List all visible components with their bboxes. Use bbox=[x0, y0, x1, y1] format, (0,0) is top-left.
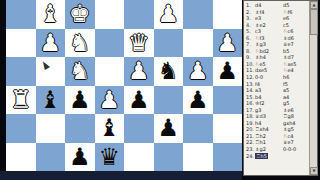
square-c7[interactable] bbox=[154, 143, 184, 172]
white-knight-f3[interactable]: ♞ bbox=[69, 31, 91, 55]
square-a4[interactable]: ♟ bbox=[213, 57, 243, 86]
square-c5[interactable] bbox=[154, 86, 184, 115]
square-d3[interactable]: ♛ bbox=[124, 29, 154, 58]
scrollbar-thumb[interactable] bbox=[310, 9, 318, 35]
white-king-f2[interactable]: ♚ bbox=[69, 2, 91, 26]
video-frame: ♝♚♟♟♞♛♟▲♞♟♞♟♟♜♝♟♟♟♟♝♟♟♛ 1.d4d52.♗f4♘f63.… bbox=[0, 0, 320, 180]
chess-board: ♝♚♟♟♞♛♟▲♞♟♞♟♟♜♝♟♟♟♟♝♟♟♛ bbox=[6, 0, 242, 171]
square-f4[interactable]: ♞ bbox=[65, 57, 95, 86]
square-b6[interactable] bbox=[183, 114, 213, 143]
white-pawn-a3[interactable]: ♟ bbox=[216, 31, 238, 55]
white-bishop-g2[interactable]: ♝ bbox=[39, 2, 61, 26]
white-move[interactable]: ♖h5 bbox=[255, 153, 283, 160]
white-pawn-b4[interactable]: ♟ bbox=[187, 59, 209, 83]
square-b7[interactable] bbox=[183, 143, 213, 172]
square-c4[interactable]: ♞ bbox=[154, 57, 184, 86]
square-h5[interactable]: ♜ bbox=[6, 86, 36, 115]
move-row-24[interactable]: 24.♖h5 bbox=[246, 153, 308, 160]
square-g5[interactable]: ♝ bbox=[36, 86, 66, 115]
square-f7[interactable]: ♟ bbox=[65, 143, 95, 172]
square-e3[interactable] bbox=[95, 29, 125, 58]
black-pawn-c6[interactable]: ♟ bbox=[157, 116, 179, 140]
scroll-up-icon[interactable]: ▲ bbox=[310, 1, 318, 9]
white-knight-f4[interactable]: ♞ bbox=[69, 59, 91, 83]
square-e2[interactable] bbox=[95, 0, 125, 29]
square-g4[interactable]: ▲ bbox=[36, 57, 66, 86]
square-h4[interactable] bbox=[6, 57, 36, 86]
square-a3[interactable]: ♟ bbox=[213, 29, 243, 58]
square-b3[interactable] bbox=[183, 29, 213, 58]
square-a2[interactable] bbox=[213, 0, 243, 29]
square-f3[interactable]: ♞ bbox=[65, 29, 95, 58]
square-e4[interactable] bbox=[95, 57, 125, 86]
white-queen-d3[interactable]: ♛ bbox=[128, 31, 150, 55]
square-d4[interactable]: ♟ bbox=[124, 57, 154, 86]
square-g7[interactable] bbox=[36, 143, 66, 172]
square-e7[interactable]: ♛ bbox=[95, 143, 125, 172]
square-d2[interactable] bbox=[124, 0, 154, 29]
square-a5[interactable] bbox=[213, 86, 243, 115]
square-c2[interactable]: ♟ bbox=[154, 0, 184, 29]
white-pawn-c2[interactable]: ♟ bbox=[157, 2, 179, 26]
black-pawn-f5[interactable]: ♟ bbox=[69, 88, 91, 112]
bottom-crop-bar bbox=[0, 171, 242, 180]
black-move[interactable] bbox=[283, 153, 308, 160]
black-pawn-b5[interactable]: ♟ bbox=[187, 88, 209, 112]
black-queen-e7[interactable]: ♛ bbox=[98, 145, 120, 169]
square-c3[interactable] bbox=[154, 29, 184, 58]
selected-move[interactable]: ♖h5 bbox=[255, 153, 268, 159]
square-g2[interactable]: ♝ bbox=[36, 0, 66, 29]
square-a6[interactable] bbox=[213, 114, 243, 143]
white-pawn-g3[interactable]: ♟ bbox=[39, 31, 61, 55]
black-pawn-a4[interactable]: ♟ bbox=[216, 59, 238, 83]
square-g3[interactable]: ♟ bbox=[36, 29, 66, 58]
move-number: 24. bbox=[246, 153, 255, 160]
square-h2[interactable] bbox=[6, 0, 36, 29]
square-e6[interactable]: ♝ bbox=[95, 114, 125, 143]
square-h3[interactable] bbox=[6, 29, 36, 58]
white-pawn-e5[interactable]: ♟ bbox=[98, 88, 120, 112]
square-d7[interactable] bbox=[124, 143, 154, 172]
square-d5[interactable]: ♟ bbox=[124, 86, 154, 115]
square-b5[interactable]: ♟ bbox=[183, 86, 213, 115]
white-pawn-d4[interactable]: ♟ bbox=[128, 59, 150, 83]
square-b4[interactable]: ♟ bbox=[183, 57, 213, 86]
black-pawn-d5[interactable]: ♟ bbox=[128, 88, 150, 112]
black-bishop-e6[interactable]: ♝ bbox=[98, 116, 120, 140]
square-h6[interactable] bbox=[6, 114, 36, 143]
scroll-down-icon[interactable]: ▼ bbox=[310, 167, 318, 175]
square-f5[interactable]: ♟ bbox=[65, 86, 95, 115]
move-list-panel: 1.d4d52.♗f4♘f63.e3e64.♗e2c55.c3♘c66.♘f3♗… bbox=[243, 0, 318, 176]
square-a7[interactable] bbox=[213, 143, 243, 172]
mouse-cursor-icon: ▲ bbox=[39, 59, 50, 71]
square-g6[interactable] bbox=[36, 114, 66, 143]
black-pawn-f7[interactable]: ♟ bbox=[69, 145, 91, 169]
move-list[interactable]: 1.d4d52.♗f4♘f63.e3e64.♗e2c55.c3♘c66.♘f3♗… bbox=[246, 2, 308, 174]
square-h7[interactable] bbox=[6, 143, 36, 172]
white-rook-h5[interactable]: ♜ bbox=[10, 88, 32, 112]
square-f2[interactable]: ♚ bbox=[65, 0, 95, 29]
square-d6[interactable] bbox=[124, 114, 154, 143]
square-f6[interactable] bbox=[65, 114, 95, 143]
square-e5[interactable]: ♟ bbox=[95, 86, 125, 115]
square-b2[interactable] bbox=[183, 0, 213, 29]
black-bishop-g5[interactable]: ♝ bbox=[39, 88, 61, 112]
move-list-scrollbar[interactable]: ▲ ▼ bbox=[309, 1, 317, 175]
square-c6[interactable]: ♟ bbox=[154, 114, 184, 143]
black-knight-c4[interactable]: ♞ bbox=[157, 59, 179, 83]
